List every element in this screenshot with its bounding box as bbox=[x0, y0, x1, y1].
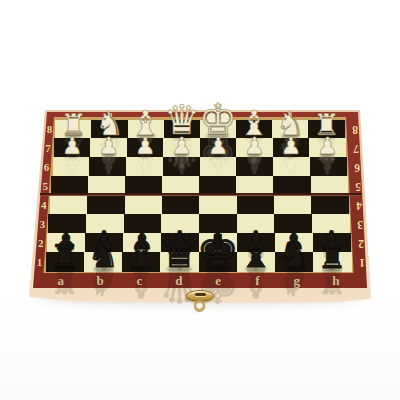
square-h4[interactable] bbox=[311, 195, 348, 215]
piece-white-pawn-h7[interactable]: ♟ bbox=[317, 135, 338, 159]
rank-label-right-6: 6 bbox=[354, 161, 360, 173]
chess-box-photo: aabbccddeeffgghh1122334455667788 ♜♜♞♞♝♝♛… bbox=[0, 0, 400, 400]
piece-black-queen-d1[interactable]: ♛ bbox=[159, 228, 200, 274]
rank-label-left-3: 3 bbox=[40, 218, 46, 229]
piece-black-knight-g1[interactable]: ♞ bbox=[278, 237, 310, 273]
rank-label-right-4: 4 bbox=[356, 199, 362, 211]
rank-label-left-8: 8 bbox=[47, 123, 53, 134]
rank-label-left-4: 4 bbox=[41, 199, 47, 210]
brass-clasp-slot bbox=[195, 293, 206, 297]
square-g4[interactable] bbox=[274, 195, 311, 215]
rank-label-left-2: 2 bbox=[38, 237, 44, 248]
piece-white-pawn-c7[interactable]: ♟ bbox=[134, 135, 155, 159]
piece-black-rook-a1[interactable]: ♜ bbox=[50, 240, 80, 273]
piece-black-bishop-f1[interactable]: ♝ bbox=[238, 234, 273, 273]
square-c4[interactable] bbox=[125, 195, 162, 215]
square-d4[interactable] bbox=[162, 195, 199, 215]
brass-clasp-ring[interactable] bbox=[194, 300, 205, 311]
piece-white-pawn-b7[interactable]: ♟ bbox=[98, 135, 119, 159]
rank-label-right-8: 8 bbox=[352, 123, 358, 135]
rank-label-right-3: 3 bbox=[357, 218, 363, 230]
square-a4[interactable] bbox=[50, 195, 87, 215]
rank-label-right-5: 5 bbox=[355, 180, 361, 192]
piece-white-pawn-f7[interactable]: ♟ bbox=[244, 135, 265, 159]
rank-label-left-5: 5 bbox=[42, 180, 48, 191]
piece-black-bishop-c1[interactable]: ♝ bbox=[124, 234, 159, 273]
piece-black-king-e1[interactable]: ♚ bbox=[196, 226, 239, 274]
board-rank-4 bbox=[50, 195, 349, 215]
piece-black-knight-b1[interactable]: ♞ bbox=[87, 237, 119, 273]
square-f4[interactable] bbox=[237, 195, 274, 215]
square-e4[interactable] bbox=[199, 195, 236, 215]
piece-white-pawn-a7[interactable]: ♟ bbox=[62, 135, 83, 159]
piece-black-rook-h1[interactable]: ♜ bbox=[318, 240, 348, 273]
rank-label-right-7: 7 bbox=[353, 142, 359, 154]
piece-white-pawn-e7[interactable]: ♟ bbox=[207, 135, 228, 159]
square-b4[interactable] bbox=[87, 195, 124, 215]
fold-hinge-seam bbox=[40, 193, 362, 196]
rank-label-right-1: 1 bbox=[359, 256, 365, 268]
rank-label-left-1: 1 bbox=[37, 256, 43, 267]
rank-label-left-7: 7 bbox=[45, 142, 51, 153]
rank-label-right-2: 2 bbox=[358, 237, 364, 249]
piece-white-pawn-g7[interactable]: ♟ bbox=[280, 135, 301, 159]
piece-white-pawn-d7[interactable]: ♟ bbox=[171, 135, 192, 159]
rank-label-left-6: 6 bbox=[44, 161, 50, 172]
